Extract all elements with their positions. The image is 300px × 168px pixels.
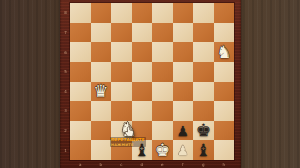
square-g6[interactable] bbox=[193, 42, 214, 62]
square-d4[interactable] bbox=[132, 82, 153, 102]
square-g4[interactable] bbox=[193, 82, 214, 102]
square-c4[interactable] bbox=[111, 82, 132, 102]
square-h6[interactable]: ♞ bbox=[214, 42, 235, 62]
square-e6[interactable] bbox=[152, 42, 173, 62]
square-b4[interactable]: ♛ bbox=[91, 82, 112, 102]
board: ♞♛♟♚♝♚♟♝ bbox=[70, 3, 234, 160]
square-d7[interactable] bbox=[132, 23, 153, 43]
rank-label-4: 4 bbox=[62, 82, 69, 102]
square-f5[interactable] bbox=[173, 62, 194, 82]
rank-label-3: 3 bbox=[62, 101, 69, 121]
square-g8[interactable] bbox=[193, 3, 214, 23]
file-label-g: g bbox=[193, 161, 214, 168]
square-b3[interactable] bbox=[91, 101, 112, 121]
square-g2[interactable]: ♚ bbox=[193, 121, 214, 141]
square-a7[interactable] bbox=[70, 23, 91, 43]
square-e4[interactable] bbox=[152, 82, 173, 102]
square-e2[interactable] bbox=[152, 121, 173, 141]
square-b5[interactable] bbox=[91, 62, 112, 82]
piece-white-P-f1: ♟ bbox=[177, 143, 189, 156]
square-e1[interactable]: ♚ bbox=[152, 140, 173, 160]
square-h5[interactable] bbox=[214, 62, 235, 82]
square-c6[interactable] bbox=[111, 42, 132, 62]
square-g3[interactable] bbox=[193, 101, 214, 121]
square-a6[interactable] bbox=[70, 42, 91, 62]
square-a4[interactable] bbox=[70, 82, 91, 102]
square-b8[interactable] bbox=[91, 3, 112, 23]
piece-black-P-f2[interactable]: ♟ bbox=[176, 123, 189, 137]
rank-label-7: 7 bbox=[62, 23, 69, 43]
file-label-h: h bbox=[214, 161, 235, 168]
file-label-a: a bbox=[70, 161, 91, 168]
square-h3[interactable] bbox=[214, 101, 235, 121]
square-e8[interactable] bbox=[152, 3, 173, 23]
hand-cursor-icon bbox=[124, 123, 135, 142]
piece-white-K-e1[interactable]: ♚ bbox=[155, 141, 170, 158]
rank-label-5: 5 bbox=[62, 62, 69, 82]
square-b1[interactable] bbox=[91, 140, 112, 160]
square-a1[interactable] bbox=[70, 140, 91, 160]
rank-labels: 87654321 bbox=[62, 3, 69, 160]
square-b2[interactable] bbox=[91, 121, 112, 141]
square-a5[interactable] bbox=[70, 62, 91, 82]
rank-label-8: 8 bbox=[62, 3, 69, 23]
square-e3[interactable] bbox=[152, 101, 173, 121]
square-d8[interactable] bbox=[132, 3, 153, 23]
file-label-c: c bbox=[111, 161, 132, 168]
piece-white-N-h6[interactable]: ♞ bbox=[216, 43, 231, 60]
file-label-b: b bbox=[91, 161, 112, 168]
square-d5[interactable] bbox=[132, 62, 153, 82]
square-f6[interactable] bbox=[173, 42, 194, 62]
square-f1[interactable]: ♟ bbox=[173, 140, 194, 160]
square-h8[interactable] bbox=[214, 3, 235, 23]
square-f2[interactable]: ♟ bbox=[173, 121, 194, 141]
square-h4[interactable] bbox=[214, 82, 235, 102]
piece-black-B-g1[interactable]: ♝ bbox=[196, 141, 211, 158]
square-f7[interactable] bbox=[173, 23, 194, 43]
rank-label-2: 2 bbox=[62, 121, 69, 141]
file-label-f: f bbox=[173, 161, 194, 168]
square-c5[interactable] bbox=[111, 62, 132, 82]
square-c7[interactable] bbox=[111, 23, 132, 43]
square-a8[interactable] bbox=[70, 3, 91, 23]
square-f3[interactable] bbox=[173, 101, 194, 121]
square-h1[interactable] bbox=[214, 140, 235, 160]
piece-black-K-g2[interactable]: ♚ bbox=[196, 122, 211, 139]
square-f4[interactable] bbox=[173, 82, 194, 102]
chess-app-screen: 87654321 abcdefgh ♞♛♟♚♝♚♟♝ ♞ ПЕРЕТАЩИТЕ … bbox=[0, 0, 300, 168]
rank-label-1: 1 bbox=[62, 140, 69, 160]
square-b7[interactable] bbox=[91, 23, 112, 43]
square-g1[interactable]: ♝ bbox=[193, 140, 214, 160]
file-label-e: e bbox=[152, 161, 173, 168]
square-h2[interactable] bbox=[214, 121, 235, 141]
square-e5[interactable] bbox=[152, 62, 173, 82]
square-g7[interactable] bbox=[193, 23, 214, 43]
square-g5[interactable] bbox=[193, 62, 214, 82]
rank-label-6: 6 bbox=[62, 42, 69, 62]
square-d6[interactable] bbox=[132, 42, 153, 62]
square-c8[interactable] bbox=[111, 3, 132, 23]
file-label-d: d bbox=[132, 161, 153, 168]
square-f8[interactable] bbox=[173, 3, 194, 23]
square-a3[interactable] bbox=[70, 101, 91, 121]
piece-white-Q-b4[interactable]: ♛ bbox=[93, 82, 108, 99]
square-a2[interactable] bbox=[70, 121, 91, 141]
file-labels: abcdefgh bbox=[70, 161, 234, 168]
square-e7[interactable] bbox=[152, 23, 173, 43]
square-h7[interactable] bbox=[214, 23, 235, 43]
tooltip-line-2: НАЖМИТЕ bbox=[111, 143, 145, 147]
square-b6[interactable] bbox=[91, 42, 112, 62]
